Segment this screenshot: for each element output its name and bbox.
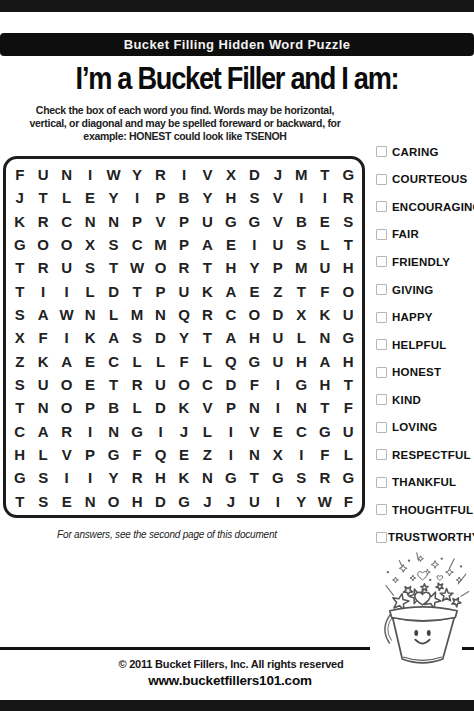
word-item-thankful: THANKFUL: [376, 469, 474, 497]
grid-cell-r13-c12: X: [266, 443, 289, 466]
grid-cell-r12-c9: L: [196, 420, 219, 443]
grid-cell-r12-c3: R: [55, 420, 78, 443]
grid-cell-r1-c12: J: [266, 163, 289, 186]
grid-cell-r12-c1: C: [8, 420, 31, 443]
grid-cell-r5-c1: T: [8, 256, 31, 279]
grid-cell-r6-c9: K: [196, 280, 219, 303]
grid-cell-r5-c13: M: [290, 256, 313, 279]
grid-cell-r2-c7: P: [149, 186, 172, 209]
sparkle-shape: [431, 561, 439, 569]
grid-cell-r7-c15: U: [337, 303, 360, 326]
grid-cell-r4-c2: O: [31, 233, 54, 256]
star-shape: [421, 584, 428, 591]
grid-cell-r12-c10: I: [219, 420, 242, 443]
word-item-kind: KIND: [376, 386, 474, 414]
grid-cell-r4-c11: I: [243, 233, 266, 256]
footer-divider-left: [0, 647, 370, 650]
grid-cell-r3-c1: K: [8, 210, 31, 233]
grid-cell-r14-c3: I: [55, 466, 78, 489]
grid-cell-r5-c3: U: [55, 256, 78, 279]
grid-cell-r9-c13: H: [290, 350, 313, 373]
grid-cell-r8-c3: I: [55, 326, 78, 349]
grid-cell-r5-c12: P: [266, 256, 289, 279]
grid-cell-r14-c1: G: [8, 466, 31, 489]
checkbox-kind[interactable]: [376, 394, 387, 405]
grid-cell-r8-c8: Y: [172, 326, 195, 349]
puzzle-page: Bucket Filling Hidden Word Puzzle I’m a …: [0, 0, 474, 711]
grid-cell-r14-c11: T: [243, 466, 266, 489]
grid-cell-r11-c9: V: [196, 396, 219, 419]
grid-cell-r6-c12: Z: [266, 280, 289, 303]
grid-cell-r8-c11: H: [243, 326, 266, 349]
grid-cell-r6-c14: F: [313, 280, 336, 303]
grid-cell-r2-c10: H: [219, 186, 242, 209]
grid-cell-r15-c5: O: [102, 490, 125, 513]
word-item-giving: GIVING: [376, 276, 474, 304]
grid-cell-r9-c6: L: [125, 350, 148, 373]
grid-cell-r4-c8: P: [172, 233, 195, 256]
answers-note: For answers, see the second page of this…: [0, 529, 334, 540]
grid-cell-r14-c12: G: [266, 466, 289, 489]
checkbox-caring[interactable]: [376, 146, 387, 157]
grid-cell-r5-c14: U: [313, 256, 336, 279]
grid-cell-r13-c13: I: [290, 443, 313, 466]
grid-cell-r3-c9: U: [196, 210, 219, 233]
grid-cell-r12-c8: J: [172, 420, 195, 443]
grid-cell-r10-c1: S: [8, 373, 31, 396]
grid-cell-r10-c4: E: [78, 373, 101, 396]
grid-cell-r1-c3: N: [55, 163, 78, 186]
instructions-line: vertical, or diagonal and may be spelled…: [0, 117, 370, 130]
grid-cell-r7-c1: S: [8, 303, 31, 326]
grid-cell-r2-c1: J: [8, 186, 31, 209]
word-label: HAPPY: [392, 311, 433, 323]
grid-cell-r12-c5: N: [102, 420, 125, 443]
grid-cell-r11-c5: B: [102, 396, 125, 419]
grid-cell-r13-c1: H: [8, 443, 31, 466]
grid-cell-r8-c9: T: [196, 326, 219, 349]
word-label: FAIR: [392, 228, 419, 240]
grid-cell-r14-c10: G: [219, 466, 242, 489]
checkbox-friendly[interactable]: [376, 256, 387, 267]
word-label: ENCOURAGING: [392, 201, 474, 213]
grid-cell-r4-c9: A: [196, 233, 219, 256]
grid-cell-r2-c9: Y: [196, 186, 219, 209]
instructions: Check the box of each word you find. Wor…: [0, 104, 370, 142]
checkbox-giving[interactable]: [376, 284, 387, 295]
checkbox-fair[interactable]: [376, 229, 387, 240]
grid-cell-r2-c11: S: [243, 186, 266, 209]
grid-cell-r3-c13: B: [290, 210, 313, 233]
grid-cell-r2-c14: I: [313, 186, 336, 209]
checkbox-helpful[interactable]: [376, 339, 387, 350]
grid-cell-r3-c11: G: [243, 210, 266, 233]
grid-cell-r15-c9: J: [196, 490, 219, 513]
grid-cell-r7-c11: O: [243, 303, 266, 326]
word-item-caring: CARING: [376, 138, 474, 166]
grid-cell-r12-c6: G: [125, 420, 148, 443]
grid-cell-r11-c2: N: [31, 396, 54, 419]
grid-cell-r6-c2: I: [31, 280, 54, 303]
grid-cell-r1-c11: D: [243, 163, 266, 186]
grid-cell-r6-c5: D: [102, 280, 125, 303]
grid-cell-r11-c4: P: [78, 396, 101, 419]
grid-cell-r3-c3: C: [55, 210, 78, 233]
word-list: CARINGCOURTEOUSENCOURAGINGFAIRFRIENDLYGI…: [376, 138, 474, 551]
grid-cell-r1-c4: I: [78, 163, 101, 186]
grid-cell-r10-c8: O: [172, 373, 195, 396]
grid-cell-r11-c13: N: [290, 396, 313, 419]
grid-cell-r11-c7: D: [149, 396, 172, 419]
word-item-courteous: COURTEOUS: [376, 166, 474, 194]
grid-cell-r4-c1: G: [8, 233, 31, 256]
grid-cell-r11-c10: P: [219, 396, 242, 419]
grid-cell-r3-c5: N: [102, 210, 125, 233]
grid-cell-r1-c14: T: [313, 163, 336, 186]
grid-cell-r8-c13: L: [290, 326, 313, 349]
bottom-black-bar: [0, 700, 474, 711]
grid-cell-r2-c5: Y: [102, 186, 125, 209]
grid-cell-r3-c14: E: [313, 210, 336, 233]
grid-cell-r14-c8: K: [172, 466, 195, 489]
grid-cell-r1-c15: G: [337, 163, 360, 186]
grid-cell-r6-c1: T: [8, 280, 31, 303]
grid-cell-r4-c4: X: [78, 233, 101, 256]
grid-cell-r8-c1: X: [8, 326, 31, 349]
grid-cell-r6-c8: U: [172, 280, 195, 303]
grid-cell-r15-c14: W: [313, 490, 336, 513]
word-label: GIVING: [392, 284, 433, 296]
grid-cell-r6-c13: T: [290, 280, 313, 303]
grid-cell-r2-c12: V: [266, 186, 289, 209]
grid-cell-r4-c5: S: [102, 233, 125, 256]
grid-cell-r7-c6: M: [125, 303, 148, 326]
word-label: HONEST: [392, 366, 441, 378]
grid-cell-r7-c4: N: [78, 303, 101, 326]
checkbox-loving[interactable]: [376, 422, 387, 433]
grid-cell-r10-c12: I: [266, 373, 289, 396]
grid-cell-r13-c9: Z: [196, 443, 219, 466]
word-label: LOVING: [392, 421, 437, 433]
word-label: THOUGHTFUL: [392, 504, 473, 516]
sparkle-shape: [393, 577, 399, 583]
grid-cell-r4-c3: O: [55, 233, 78, 256]
grid-cell-r7-c13: X: [290, 303, 313, 326]
grid-cell-r11-c8: K: [172, 396, 195, 419]
grid-cell-r14-c7: H: [149, 466, 172, 489]
grid-cell-r14-c6: R: [125, 466, 148, 489]
grid-cell-r1-c8: I: [172, 163, 195, 186]
grid-cell-r9-c11: G: [243, 350, 266, 373]
grid-cell-r12-c11: V: [243, 420, 266, 443]
grid-cell-r15-c7: D: [149, 490, 172, 513]
grid-cell-r15-c2: S: [31, 490, 54, 513]
grid-cell-r2-c15: R: [337, 186, 360, 209]
grid-cell-r9-c7: L: [149, 350, 172, 373]
grid-cell-r3-c7: V: [149, 210, 172, 233]
grid-cell-r4-c6: C: [125, 233, 148, 256]
checkbox-trustworthy[interactable]: [376, 532, 387, 543]
grid-cell-r9-c15: H: [337, 350, 360, 373]
grid-cell-r13-c8: E: [172, 443, 195, 466]
grid-cell-r13-c2: L: [31, 443, 54, 466]
sparkle-shape: [456, 577, 462, 583]
grid-cell-r7-c10: C: [219, 303, 242, 326]
grid-cell-r11-c6: L: [125, 396, 148, 419]
grid-cell-r6-c6: T: [125, 280, 148, 303]
grid-cell-r10-c15: T: [337, 373, 360, 396]
grid-cell-r1-c2: U: [31, 163, 54, 186]
word-item-trustworthy: TRUSTWORTHY: [376, 524, 474, 552]
grid-cell-r3-c8: P: [172, 210, 195, 233]
banner-bar: Bucket Filling Hidden Word Puzzle: [0, 33, 474, 56]
word-item-thoughtful: THOUGHTFUL: [376, 496, 474, 524]
grid-cell-r6-c11: E: [243, 280, 266, 303]
grid-cell-r14-c13: S: [290, 466, 313, 489]
grid-cell-r1-c7: R: [149, 163, 172, 186]
grid-cell-r15-c12: I: [266, 490, 289, 513]
grid-cell-r7-c9: R: [196, 303, 219, 326]
grid-cell-r15-c3: E: [55, 490, 78, 513]
grid-cell-r12-c15: U: [337, 420, 360, 443]
grid-cell-r9-c8: F: [172, 350, 195, 373]
grid-cell-r2-c2: T: [31, 186, 54, 209]
instructions-line: example: HONEST could look like TSENOH: [0, 130, 370, 143]
grid-cell-r2-c3: L: [55, 186, 78, 209]
grid-cell-r12-c14: G: [313, 420, 336, 443]
grid-cell-r9-c14: A: [313, 350, 336, 373]
grid-cell-r9-c4: E: [78, 350, 101, 373]
grid-cell-r3-c15: S: [337, 210, 360, 233]
grid-cell-r5-c9: T: [196, 256, 219, 279]
grid-cell-r2-c13: I: [290, 186, 313, 209]
grid-cell-r3-c6: P: [125, 210, 148, 233]
grid-cell-r2-c6: I: [125, 186, 148, 209]
word-label: HELPFUL: [392, 339, 446, 351]
word-item-encouraging: ENCOURAGING: [376, 193, 474, 221]
grid-cell-r8-c4: K: [78, 326, 101, 349]
grid-cell-r15-c15: F: [337, 490, 360, 513]
grid-cell-r11-c1: T: [8, 396, 31, 419]
grid-cell-r4-c14: L: [313, 233, 336, 256]
grid-cell-r14-c14: R: [313, 466, 336, 489]
grid-cell-r1-c13: M: [290, 163, 313, 186]
grid-cell-r6-c15: O: [337, 280, 360, 303]
grid-cell-r10-c3: O: [55, 373, 78, 396]
page-title: I’m a Bucket Filler and I am:: [36, 60, 439, 97]
grid-cell-r6-c7: P: [149, 280, 172, 303]
sparkle-shape: [446, 568, 454, 576]
star-shape: [452, 598, 461, 607]
grid-cell-r15-c10: J: [219, 490, 242, 513]
checkbox-encouraging[interactable]: [376, 201, 387, 212]
grid-cell-r15-c11: U: [243, 490, 266, 513]
grid-cell-r8-c10: A: [219, 326, 242, 349]
grid-cell-r12-c4: I: [78, 420, 101, 443]
word-label: FRIENDLY: [392, 256, 450, 268]
grid-cell-r15-c13: Y: [290, 490, 313, 513]
instructions-line: Check the box of each word you find. Wor…: [0, 104, 370, 117]
grid-cell-r7-c5: L: [102, 303, 125, 326]
top-black-bar: [0, 0, 474, 12]
grid-cell-r12-c7: I: [149, 420, 172, 443]
grid-cell-r5-c10: H: [219, 256, 242, 279]
grid-cell-r13-c11: N: [243, 443, 266, 466]
grid-cell-r4-c13: S: [290, 233, 313, 256]
grid-cell-r5-c5: T: [102, 256, 125, 279]
grid-cell-r2-c8: B: [172, 186, 195, 209]
grid-cell-r11-c3: O: [55, 396, 78, 419]
grid-cell-r13-c10: I: [219, 443, 242, 466]
grid-cell-r1-c9: V: [196, 163, 219, 186]
sparkle-shape: [399, 564, 407, 572]
grid-cell-r14-c9: N: [196, 466, 219, 489]
checkbox-happy[interactable]: [376, 312, 387, 323]
checkbox-thoughtful[interactable]: [376, 504, 387, 515]
grid-cell-r9-c3: A: [55, 350, 78, 373]
grid-cell-r9-c9: L: [196, 350, 219, 373]
grid-cell-r10-c6: R: [125, 373, 148, 396]
grid-cell-r1-c6: Y: [125, 163, 148, 186]
star-shape: [440, 589, 453, 601]
grid-cell-r8-c5: A: [102, 326, 125, 349]
grid-cell-r1-c1: F: [8, 163, 31, 186]
grid-cell-r13-c3: V: [55, 443, 78, 466]
star-shape: [404, 587, 413, 596]
word-item-honest: HONEST: [376, 358, 474, 386]
grid-cell-r13-c6: F: [125, 443, 148, 466]
word-label: COURTEOUS: [392, 173, 467, 185]
grid-cell-r5-c15: H: [337, 256, 360, 279]
grid-cell-r9-c5: C: [102, 350, 125, 373]
sparkle-shape: [410, 575, 416, 581]
grid-cell-r7-c8: Q: [172, 303, 195, 326]
checkbox-courteous[interactable]: [376, 174, 387, 185]
banner-title: Bucket Filling Hidden Word Puzzle: [124, 37, 351, 52]
grid-cell-r10-c7: U: [149, 373, 172, 396]
grid-cell-r4-c10: E: [219, 233, 242, 256]
grid-cell-r9-c12: U: [266, 350, 289, 373]
grid-cell-r5-c4: S: [78, 256, 101, 279]
grid-cell-r3-c2: R: [31, 210, 54, 233]
word-label: KIND: [392, 394, 421, 406]
grid-cell-r6-c10: A: [219, 280, 242, 303]
grid-cell-r1-c5: W: [102, 163, 125, 186]
grid-cell-r13-c7: Q: [149, 443, 172, 466]
letter-grid: FUNIWYRIVXDJMTGJTLEYIPBYHSVIIRKRCNNPVPUG…: [3, 156, 365, 518]
star-shape: [436, 583, 443, 590]
grid-cell-r9-c2: K: [31, 350, 54, 373]
checkbox-honest[interactable]: [376, 367, 387, 378]
grid-cell-r4-c7: M: [149, 233, 172, 256]
grid-cell-r5-c8: R: [172, 256, 195, 279]
word-item-helpful: HELPFUL: [376, 331, 474, 359]
grid-cell-r13-c15: L: [337, 443, 360, 466]
bucket-illustration: [374, 551, 471, 684]
grid-cell-r10-c13: G: [290, 373, 313, 396]
grid-cell-r12-c12: E: [266, 420, 289, 443]
grid-cell-r8-c14: N: [313, 326, 336, 349]
grid-cell-r10-c9: C: [196, 373, 219, 396]
grid-cell-r14-c4: I: [78, 466, 101, 489]
grid-cell-r2-c4: E: [78, 186, 101, 209]
grid-cell-r7-c12: D: [266, 303, 289, 326]
grid-cell-r12-c13: C: [290, 420, 313, 443]
grid-cell-r9-c1: Z: [8, 350, 31, 373]
grid-cell-r12-c2: A: [31, 420, 54, 443]
grid-cell-r13-c14: F: [313, 443, 336, 466]
grid-cell-r3-c10: G: [219, 210, 242, 233]
word-item-loving: LOVING: [376, 413, 474, 441]
grid-cell-r5-c6: W: [125, 256, 148, 279]
grid-cell-r10-c11: F: [243, 373, 266, 396]
grid-cell-r7-c2: A: [31, 303, 54, 326]
grid-cell-r5-c11: Y: [243, 256, 266, 279]
grid-cell-r6-c3: I: [55, 280, 78, 303]
grid-cell-r15-c4: N: [78, 490, 101, 513]
word-item-respectful: RESPECTFUL: [376, 441, 474, 469]
grid-cell-r11-c11: N: [243, 396, 266, 419]
word-label: CARING: [392, 146, 439, 158]
grid-cell-r11-c12: I: [266, 396, 289, 419]
grid-cell-r8-c12: U: [266, 326, 289, 349]
grid-cell-r4-c15: T: [337, 233, 360, 256]
grid-cell-r5-c7: O: [149, 256, 172, 279]
grid-cell-r6-c4: L: [78, 280, 101, 303]
grid-cell-r8-c7: D: [149, 326, 172, 349]
grid-cell-r10-c2: U: [31, 373, 54, 396]
word-item-friendly: FRIENDLY: [376, 248, 474, 276]
grid-cell-r14-c2: S: [31, 466, 54, 489]
grid-cell-r10-c14: H: [313, 373, 336, 396]
grid-cell-r3-c4: N: [78, 210, 101, 233]
word-label: TRUSTWORTHY: [388, 531, 474, 543]
grid-cell-r8-c6: S: [125, 326, 148, 349]
grid-cell-r4-c12: U: [266, 233, 289, 256]
word-item-happy: HAPPY: [376, 303, 474, 331]
word-label: THANKFUL: [392, 476, 456, 488]
word-item-fair: FAIR: [376, 221, 474, 249]
grid-cell-r13-c4: P: [78, 443, 101, 466]
grid-cell-r1-c10: X: [219, 163, 242, 186]
grid-cell-r8-c15: G: [337, 326, 360, 349]
grid-cell-r11-c15: F: [337, 396, 360, 419]
grid-cell-r5-c2: R: [31, 256, 54, 279]
grid-cell-r14-c15: G: [337, 466, 360, 489]
grid-cell-r11-c14: T: [313, 396, 336, 419]
checkbox-respectful[interactable]: [376, 449, 387, 460]
grid-cell-r13-c5: G: [102, 443, 125, 466]
grid-cell-r15-c1: T: [8, 490, 31, 513]
grid-cell-r3-c12: V: [266, 210, 289, 233]
grid-cell-r10-c5: T: [102, 373, 125, 396]
grid-cell-r8-c2: F: [31, 326, 54, 349]
grid-cell-r7-c7: N: [149, 303, 172, 326]
grid-cell-r7-c3: W: [55, 303, 78, 326]
checkbox-thankful[interactable]: [376, 477, 387, 488]
grid-cell-r15-c8: G: [172, 490, 195, 513]
word-label: RESPECTFUL: [392, 449, 471, 461]
grid-cell-r7-c14: K: [313, 303, 336, 326]
grid-cell-r15-c6: H: [125, 490, 148, 513]
grid-cell-r9-c10: Q: [219, 350, 242, 373]
grid-cell-r10-c10: D: [219, 373, 242, 396]
grid-cell-r14-c5: Y: [102, 466, 125, 489]
